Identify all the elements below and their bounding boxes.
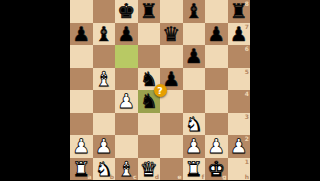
- square-f3[interactable]: ♞: [183, 113, 206, 136]
- square-b6[interactable]: [93, 45, 116, 68]
- square-f4[interactable]: [183, 90, 206, 113]
- square-g1[interactable]: ♚g: [205, 158, 228, 181]
- square-c2[interactable]: [115, 135, 138, 158]
- square-h8[interactable]: ♜8: [228, 0, 251, 23]
- coordinate-rank-4: 4: [245, 91, 249, 97]
- coordinate-file-f: f: [201, 174, 204, 180]
- square-d2[interactable]: [138, 135, 161, 158]
- square-h6[interactable]: 6: [228, 45, 251, 68]
- square-b4[interactable]: [93, 90, 116, 113]
- square-f5[interactable]: [183, 68, 206, 91]
- square-a3[interactable]: [70, 113, 93, 136]
- white-knight[interactable]: ♞: [185, 113, 203, 136]
- square-g8[interactable]: [205, 0, 228, 23]
- square-f6[interactable]: ♟: [183, 45, 206, 68]
- black-king[interactable]: ♚: [117, 0, 135, 23]
- coordinate-file-e: e: [177, 174, 181, 180]
- square-h4[interactable]: 4: [228, 90, 251, 113]
- coordinate-file-b: b: [110, 174, 114, 180]
- square-b2[interactable]: ♟: [93, 135, 116, 158]
- square-f1[interactable]: ♜f: [183, 158, 206, 181]
- square-g2[interactable]: ♟: [205, 135, 228, 158]
- white-rook[interactable]: ♜: [185, 158, 203, 181]
- square-c1[interactable]: ♝c: [115, 158, 138, 181]
- square-g4[interactable]: [205, 90, 228, 113]
- square-e8[interactable]: [160, 0, 183, 23]
- square-a2[interactable]: ♟: [70, 135, 93, 158]
- black-queen[interactable]: ♛: [162, 23, 180, 46]
- square-f2[interactable]: ♟: [183, 135, 206, 158]
- white-pawn[interactable]: ♟: [95, 135, 113, 158]
- square-h5[interactable]: 5: [228, 68, 251, 91]
- black-pawn[interactable]: ♟: [207, 23, 225, 46]
- white-pawn[interactable]: ♟: [207, 135, 225, 158]
- square-e2[interactable]: [160, 135, 183, 158]
- coordinate-file-g: g: [222, 174, 226, 180]
- black-bishop[interactable]: ♝: [95, 23, 113, 46]
- black-pawn[interactable]: ♟: [117, 23, 135, 46]
- square-b1[interactable]: ♞b: [93, 158, 116, 181]
- square-c5[interactable]: [115, 68, 138, 91]
- square-g7[interactable]: ♟: [205, 23, 228, 46]
- white-pawn[interactable]: ♟: [117, 90, 135, 113]
- coordinate-rank-8: 8: [245, 1, 249, 7]
- white-bishop[interactable]: ♝: [95, 68, 113, 91]
- black-pawn[interactable]: ♟: [72, 23, 90, 46]
- mistake-glyph: ?: [157, 84, 163, 97]
- square-e3[interactable]: [160, 113, 183, 136]
- square-e7[interactable]: ♛: [160, 23, 183, 46]
- white-pawn[interactable]: ♟: [72, 135, 90, 158]
- square-b8[interactable]: [93, 0, 116, 23]
- square-a8[interactable]: [70, 0, 93, 23]
- square-c7[interactable]: ♟: [115, 23, 138, 46]
- letterbox-right: [250, 0, 320, 180]
- square-g5[interactable]: [205, 68, 228, 91]
- square-h7[interactable]: ♟7: [228, 23, 251, 46]
- square-h2[interactable]: ♟2: [228, 135, 251, 158]
- square-h1[interactable]: 1h: [228, 158, 251, 181]
- coordinate-rank-3: 3: [245, 114, 249, 120]
- square-d1[interactable]: ♛d: [138, 158, 161, 181]
- square-a1[interactable]: ♜a: [70, 158, 93, 181]
- square-d6[interactable]: [138, 45, 161, 68]
- coordinate-file-c: c: [133, 174, 137, 180]
- square-d3[interactable]: [138, 113, 161, 136]
- mistake-annotation-badge: ?: [154, 84, 167, 97]
- square-a4[interactable]: [70, 90, 93, 113]
- coordinate-rank-6: 6: [245, 46, 249, 52]
- square-d8[interactable]: ♜: [138, 0, 161, 23]
- square-f8[interactable]: ♝: [183, 0, 206, 23]
- square-a6[interactable]: [70, 45, 93, 68]
- square-a7[interactable]: ♟: [70, 23, 93, 46]
- letterbox-left: [0, 0, 70, 180]
- square-a5[interactable]: [70, 68, 93, 91]
- square-b7[interactable]: ♝: [93, 23, 116, 46]
- square-c3[interactable]: [115, 113, 138, 136]
- white-pawn[interactable]: ♟: [185, 135, 203, 158]
- square-b3[interactable]: [93, 113, 116, 136]
- coordinate-rank-1: 1: [245, 159, 249, 165]
- square-e6[interactable]: [160, 45, 183, 68]
- coordinate-rank-5: 5: [245, 69, 249, 75]
- black-rook[interactable]: ♜: [140, 0, 158, 23]
- coordinate-rank-7: 7: [245, 24, 249, 30]
- square-c4[interactable]: ♟: [115, 90, 138, 113]
- black-pawn[interactable]: ♟: [185, 45, 203, 68]
- video-frame: ♚♜♝♜8♟♝♟♛♟♟7♟6♝♞♟5♟♞4♞3♟♟♟♟♟2♜a♞b♝c♛de♜f…: [0, 0, 320, 180]
- coordinate-file-a: a: [87, 174, 91, 180]
- coordinate-file-d: d: [155, 174, 159, 180]
- square-e1[interactable]: e: [160, 158, 183, 181]
- black-bishop[interactable]: ♝: [185, 0, 203, 23]
- square-g3[interactable]: [205, 113, 228, 136]
- square-g6[interactable]: [205, 45, 228, 68]
- square-h3[interactable]: 3: [228, 113, 251, 136]
- coordinate-file-h: h: [245, 174, 249, 180]
- square-f7[interactable]: [183, 23, 206, 46]
- square-c6[interactable]: [115, 45, 138, 68]
- square-d7[interactable]: [138, 23, 161, 46]
- square-b5[interactable]: ♝: [93, 68, 116, 91]
- square-c8[interactable]: ♚: [115, 0, 138, 23]
- coordinate-rank-2: 2: [245, 136, 249, 142]
